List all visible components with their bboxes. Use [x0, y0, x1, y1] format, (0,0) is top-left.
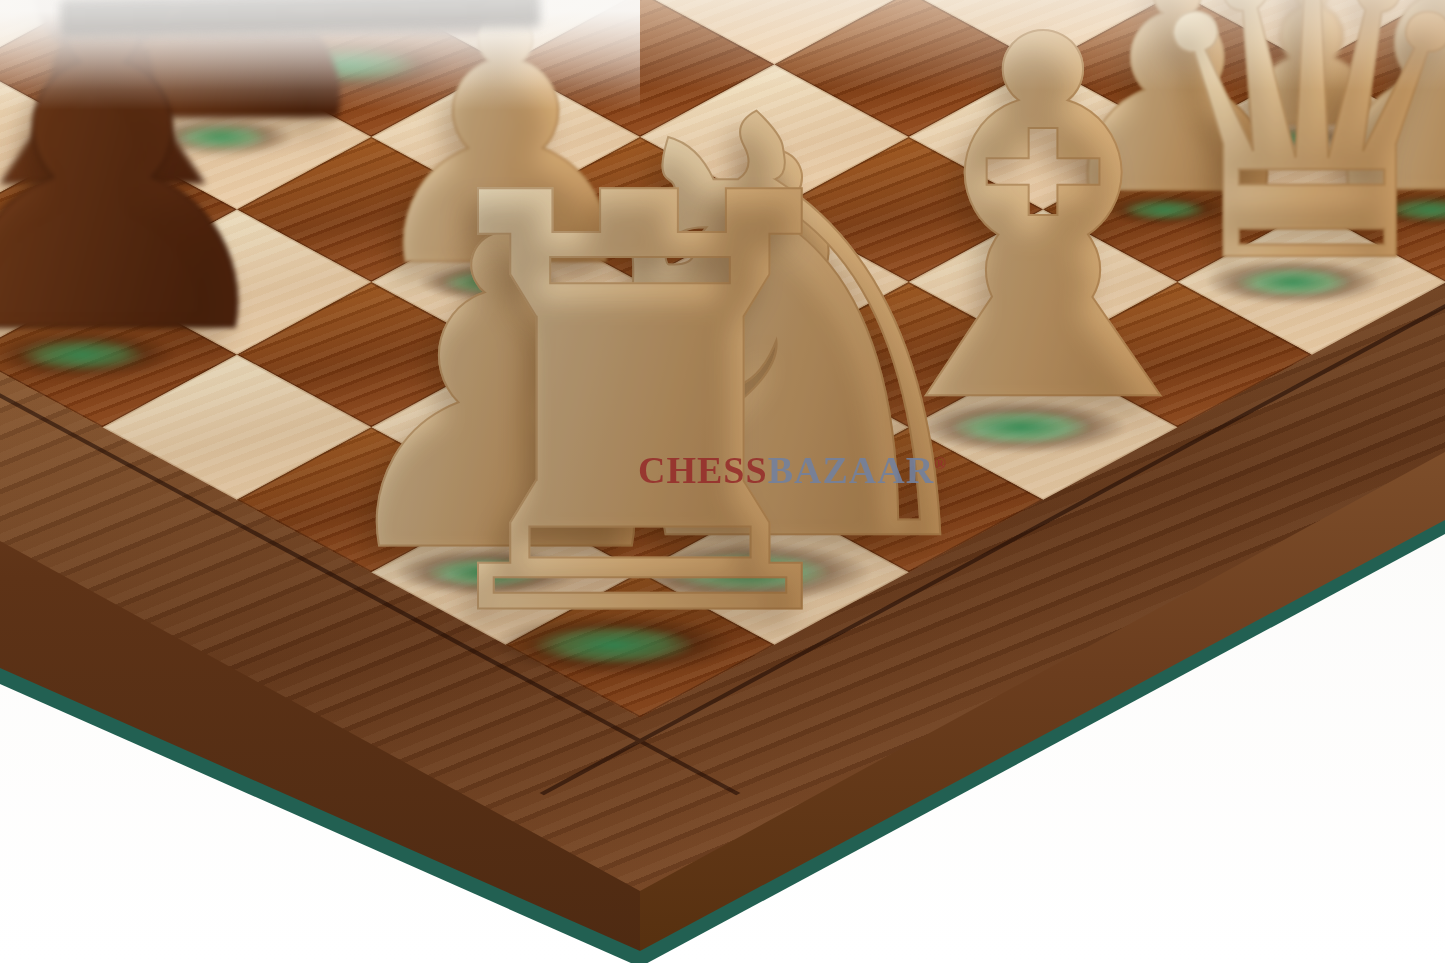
watermark: CHESSBAZAAR®	[638, 448, 947, 492]
border-groove-extension	[540, 741, 640, 795]
registered-trademark-icon: ®	[934, 455, 947, 472]
chess-product-photo: ♟♟♟♛♚♝♟♟♟♝♞♟♟♜ CHESSBAZAAR®	[0, 0, 1445, 963]
border-groove-extension	[640, 741, 740, 795]
watermark-bazaar: BAZAAR	[768, 449, 934, 491]
watermark-chess: CHESS	[638, 449, 768, 491]
